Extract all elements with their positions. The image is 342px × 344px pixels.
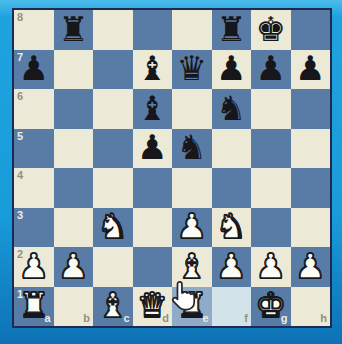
square-a6[interactable]: 6 <box>14 89 54 129</box>
square-g7[interactable]: ♟ <box>251 50 291 90</box>
piece-white-knight[interactable]: ♞ <box>98 209 128 243</box>
square-e6[interactable] <box>172 89 212 129</box>
square-g2[interactable]: ♟ <box>251 247 291 287</box>
square-b2[interactable]: ♟ <box>54 247 94 287</box>
square-f8[interactable]: ♜ <box>212 10 252 50</box>
square-d8[interactable] <box>133 10 173 50</box>
square-c5[interactable] <box>93 129 133 169</box>
rank-label-4: 4 <box>17 170 23 181</box>
square-a2[interactable]: 2♟ <box>14 247 54 287</box>
piece-black-pawn[interactable]: ♟ <box>137 130 167 164</box>
square-b1[interactable]: b <box>54 287 94 327</box>
square-c3[interactable]: ♞ <box>93 208 133 248</box>
square-b6[interactable] <box>54 89 94 129</box>
square-a1[interactable]: 1a♜ <box>14 287 54 327</box>
square-b7[interactable] <box>54 50 94 90</box>
square-d1[interactable]: d♛ <box>133 287 173 327</box>
square-f4[interactable] <box>212 168 252 208</box>
piece-black-bishop[interactable]: ♝ <box>137 51 167 85</box>
square-h4[interactable] <box>291 168 331 208</box>
piece-black-pawn[interactable]: ♟ <box>19 51 49 85</box>
square-e8[interactable] <box>172 10 212 50</box>
square-f1[interactable]: f <box>212 287 252 327</box>
file-label-f: f <box>244 313 248 324</box>
piece-black-knight[interactable]: ♞ <box>216 91 246 125</box>
square-b3[interactable] <box>54 208 94 248</box>
square-e7[interactable]: ♛ <box>172 50 212 90</box>
square-d7[interactable]: ♝ <box>133 50 173 90</box>
square-h6[interactable] <box>291 89 331 129</box>
square-f7[interactable]: ♟ <box>212 50 252 90</box>
square-g3[interactable] <box>251 208 291 248</box>
square-d2[interactable] <box>133 247 173 287</box>
piece-black-pawn[interactable]: ♟ <box>216 51 246 85</box>
square-h1[interactable]: h <box>291 287 331 327</box>
file-label-b: b <box>83 313 90 324</box>
square-c4[interactable] <box>93 168 133 208</box>
piece-white-queen[interactable]: ♛ <box>137 288 167 322</box>
square-a7[interactable]: 7♟ <box>14 50 54 90</box>
square-b8[interactable]: ♜ <box>54 10 94 50</box>
square-e3[interactable]: ♟ <box>172 208 212 248</box>
square-c2[interactable] <box>93 247 133 287</box>
square-e5[interactable]: ♞ <box>172 129 212 169</box>
piece-black-queen[interactable]: ♛ <box>177 51 207 85</box>
piece-white-pawn[interactable]: ♟ <box>295 249 325 283</box>
square-g6[interactable] <box>251 89 291 129</box>
square-c1[interactable]: c♝ <box>93 287 133 327</box>
square-h7[interactable]: ♟ <box>291 50 331 90</box>
square-b4[interactable] <box>54 168 94 208</box>
square-g1[interactable]: g♚ <box>251 287 291 327</box>
square-h5[interactable] <box>291 129 331 169</box>
square-g4[interactable] <box>251 168 291 208</box>
piece-white-pawn[interactable]: ♟ <box>177 209 207 243</box>
piece-white-king[interactable]: ♚ <box>256 288 286 322</box>
piece-white-pawn[interactable]: ♟ <box>256 249 286 283</box>
square-h3[interactable] <box>291 208 331 248</box>
square-f5[interactable] <box>212 129 252 169</box>
rank-label-3: 3 <box>17 210 23 221</box>
file-label-h: h <box>320 313 327 324</box>
piece-black-bishop[interactable]: ♝ <box>137 91 167 125</box>
square-a5[interactable]: 5 <box>14 129 54 169</box>
app-frame: 8♜♜♚7♟♝♛♟♟♟6♝♞5♟♞43♞♟♞2♟♟♝♟♟♟1a♜bc♝d♛e♜f… <box>0 0 342 344</box>
square-c6[interactable] <box>93 89 133 129</box>
piece-white-bishop[interactable]: ♝ <box>177 249 207 283</box>
square-c8[interactable] <box>93 10 133 50</box>
square-d6[interactable]: ♝ <box>133 89 173 129</box>
square-b5[interactable] <box>54 129 94 169</box>
piece-white-rook[interactable]: ♜ <box>19 288 49 322</box>
square-h8[interactable] <box>291 10 331 50</box>
square-a8[interactable]: 8 <box>14 10 54 50</box>
square-d4[interactable] <box>133 168 173 208</box>
square-g8[interactable]: ♚ <box>251 10 291 50</box>
piece-white-pawn[interactable]: ♟ <box>19 249 49 283</box>
square-f3[interactable]: ♞ <box>212 208 252 248</box>
square-g5[interactable] <box>251 129 291 169</box>
hand-cursor-icon <box>169 280 199 312</box>
square-d5[interactable]: ♟ <box>133 129 173 169</box>
piece-black-rook[interactable]: ♜ <box>216 12 246 46</box>
rank-label-8: 8 <box>17 12 23 23</box>
piece-white-bishop[interactable]: ♝ <box>98 288 128 322</box>
piece-black-rook[interactable]: ♜ <box>58 12 88 46</box>
rank-label-5: 5 <box>17 131 23 142</box>
piece-white-pawn[interactable]: ♟ <box>58 249 88 283</box>
piece-black-king[interactable]: ♚ <box>256 12 286 46</box>
square-f6[interactable]: ♞ <box>212 89 252 129</box>
square-a3[interactable]: 3 <box>14 208 54 248</box>
square-e4[interactable] <box>172 168 212 208</box>
square-d3[interactable] <box>133 208 173 248</box>
square-c7[interactable] <box>93 50 133 90</box>
piece-black-pawn[interactable]: ♟ <box>295 51 325 85</box>
piece-black-knight[interactable]: ♞ <box>177 130 207 164</box>
piece-white-pawn[interactable]: ♟ <box>216 249 246 283</box>
square-h2[interactable]: ♟ <box>291 247 331 287</box>
rank-label-6: 6 <box>17 91 23 102</box>
square-a4[interactable]: 4 <box>14 168 54 208</box>
square-f2[interactable]: ♟ <box>212 247 252 287</box>
piece-white-knight[interactable]: ♞ <box>216 209 246 243</box>
piece-black-pawn[interactable]: ♟ <box>256 51 286 85</box>
